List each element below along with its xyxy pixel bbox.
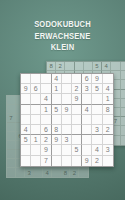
sudoku-cell-r3c1	[21, 94, 31, 104]
sudoku-cell-r5c9	[103, 115, 113, 125]
sudoku-cell-r1c3	[41, 74, 51, 84]
sudoku-cell-r3c9	[121, 80, 126, 89]
sudoku-cell-r6c1: 4	[21, 125, 31, 135]
sudoku-cell-r4c1	[21, 105, 31, 115]
sudoku-cell-r9c5	[62, 156, 72, 166]
sudoku-cell-r9c9	[121, 136, 126, 145]
sudoku-cell-r6c8: 3	[92, 125, 102, 135]
sudoku-cell-r4c9	[121, 90, 126, 99]
sudoku-cell-r9c3: 3	[25, 168, 34, 177]
sudoku-cell-r1c8: 9	[92, 74, 102, 84]
sudoku-cell-r4c9: 8	[103, 105, 113, 115]
sudoku-cell-r8c1	[7, 159, 16, 168]
sudoku-cell-r7c3: 2	[41, 135, 51, 145]
sudoku-cell-r1c2: 2	[56, 62, 65, 71]
sudoku-cell-r7c9	[121, 117, 126, 126]
sudoku-cell-r6c5	[62, 125, 72, 135]
sudoku-cell-r3c9: 1	[103, 94, 113, 104]
sudoku-cell-r9c5: 4	[43, 168, 52, 177]
book-title: SODOKUBUCH ERWACHSENE KLEIN	[10, 19, 115, 54]
sudoku-grid-main: 46996123544911594846832512939543792	[20, 73, 114, 167]
sudoku-cell-r5c1	[21, 115, 31, 125]
sudoku-cell-r4c6	[72, 105, 82, 115]
sudoku-cell-r3c2	[31, 94, 41, 104]
sudoku-cell-r2c6: 2	[72, 84, 82, 94]
sudoku-cell-r9c1	[7, 168, 16, 177]
sudoku-cell-r9c9	[79, 168, 88, 177]
sudoku-cell-r1c4: 4	[52, 74, 62, 84]
sudoku-cell-r4c8	[92, 105, 102, 115]
sudoku-cell-r2c2: 6	[31, 84, 41, 94]
sudoku-cell-r9c1	[21, 156, 31, 166]
sudoku-cell-r5c1	[7, 132, 16, 141]
sudoku-cell-r5c9	[121, 99, 126, 108]
sudoku-cell-r7c2: 1	[31, 135, 41, 145]
sudoku-cell-r6c4: 8	[52, 125, 62, 135]
sudoku-cell-r1c9	[121, 62, 126, 71]
sudoku-cell-r9c6	[72, 156, 82, 166]
sudoku-cell-r4c1	[7, 123, 16, 132]
sudoku-cell-r2c9: 4	[103, 84, 113, 94]
sudoku-cell-r1c3	[65, 62, 74, 71]
sudoku-cell-r1c8	[111, 62, 120, 71]
sudoku-cell-r5c7	[82, 115, 92, 125]
sudoku-cell-r8c5	[62, 145, 72, 155]
sudoku-cell-r9c7: 9	[82, 156, 92, 166]
sudoku-cell-r5c8	[92, 115, 102, 125]
sudoku-cell-r7c1	[7, 150, 16, 159]
sudoku-cell-r8c3: 9	[41, 145, 51, 155]
sudoku-cell-r8c9	[121, 126, 126, 135]
book-cover: SODOKUBUCH ERWACHSENE KLEIN 763482 82541…	[0, 0, 125, 200]
sudoku-cell-r9c7: 8	[61, 168, 70, 177]
sudoku-cell-r5c5	[62, 115, 72, 125]
sudoku-cell-r3c1: 7	[7, 114, 16, 123]
book-title-line2: KLEIN	[10, 42, 115, 54]
sudoku-cell-r6c3: 6	[41, 125, 51, 135]
sudoku-cell-r2c8: 5	[92, 84, 102, 94]
sudoku-cell-r9c8: 2	[70, 168, 79, 177]
sudoku-cell-r5c6	[72, 115, 82, 125]
sudoku-cell-r7c5: 3	[62, 135, 72, 145]
sudoku-cell-r1c1	[21, 74, 31, 84]
sudoku-cell-r1c7: 6	[82, 74, 92, 84]
sudoku-cell-r4c2	[31, 105, 41, 115]
sudoku-cell-r4c5: 9	[62, 105, 72, 115]
sudoku-cell-r8c8: 4	[92, 145, 102, 155]
sudoku-cell-r2c7: 3	[82, 84, 92, 94]
sudoku-cell-r6c6	[72, 125, 82, 135]
sudoku-cell-r3c5	[62, 94, 72, 104]
sudoku-cell-r8c4	[52, 145, 62, 155]
sudoku-cell-r7c1: 5	[21, 135, 31, 145]
sudoku-cell-r5c2	[31, 115, 41, 125]
sudoku-cell-r8c7	[82, 145, 92, 155]
sudoku-cell-r6c9	[121, 108, 126, 117]
sudoku-cell-r6c9: 2	[103, 125, 113, 135]
sudoku-cell-r5c4	[52, 115, 62, 125]
sudoku-cell-r1c1: 8	[47, 62, 56, 71]
sudoku-cell-r2c5	[62, 84, 72, 94]
sudoku-cell-r2c1: 9	[21, 84, 31, 94]
sudoku-cell-r9c3: 7	[41, 156, 51, 166]
sudoku-cell-r1c5	[62, 74, 72, 84]
sudoku-cell-r1c6	[72, 74, 82, 84]
sudoku-cell-r8c2	[31, 145, 41, 155]
sudoku-cell-r8c9: 3	[103, 145, 113, 155]
sudoku-cell-r7c8	[92, 135, 102, 145]
sudoku-cell-r9c9	[103, 156, 113, 166]
sudoku-cell-r7c7	[82, 135, 92, 145]
sudoku-cell-r1c4	[75, 62, 84, 71]
sudoku-cell-r9c8: 2	[92, 156, 102, 166]
sudoku-cell-r5c3	[41, 115, 51, 125]
sudoku-cell-r4c3: 1	[41, 105, 51, 115]
sudoku-cell-r6c7	[82, 125, 92, 135]
sudoku-cell-r8c6: 5	[72, 145, 82, 155]
sudoku-cell-r9c4	[52, 156, 62, 166]
sudoku-cell-r4c4: 5	[52, 105, 62, 115]
sudoku-cell-r7c6	[72, 135, 82, 145]
sudoku-cell-r4c7: 4	[82, 105, 92, 115]
sudoku-cell-r9c6	[52, 168, 61, 177]
sudoku-cell-r1c1	[7, 96, 16, 105]
sudoku-cell-r9c4	[34, 168, 43, 177]
sudoku-cell-r8c1	[21, 145, 31, 155]
sudoku-cell-r1c7: 4	[102, 62, 111, 71]
sudoku-cell-r3c8	[92, 94, 102, 104]
sudoku-cell-r9c2	[16, 168, 25, 177]
sudoku-cell-r3c6: 9	[72, 94, 82, 104]
sudoku-cell-r2c1	[7, 105, 16, 114]
sudoku-cell-r6c2	[31, 125, 41, 135]
book-title-line1: SODOKUBUCH ERWACHSENE	[10, 19, 115, 42]
sudoku-cell-r3c7	[82, 94, 92, 104]
sudoku-cell-r2c3	[41, 84, 51, 94]
sudoku-cell-r9c2	[31, 156, 41, 166]
sudoku-cell-r7c9	[103, 135, 113, 145]
sudoku-cell-r1c9	[103, 74, 113, 84]
sudoku-cell-r1c6: 5	[93, 62, 102, 71]
sudoku-cell-r7c4: 9	[52, 135, 62, 145]
sudoku-cell-r1c5	[84, 62, 93, 71]
sudoku-cell-r3c4	[52, 94, 62, 104]
sudoku-cell-r1c2	[31, 74, 41, 84]
sudoku-cell-r2c9	[121, 71, 126, 80]
sudoku-cell-r6c1	[7, 141, 16, 150]
sudoku-cell-r2c4: 1	[52, 84, 62, 94]
sudoku-cell-r3c3: 4	[41, 94, 51, 104]
